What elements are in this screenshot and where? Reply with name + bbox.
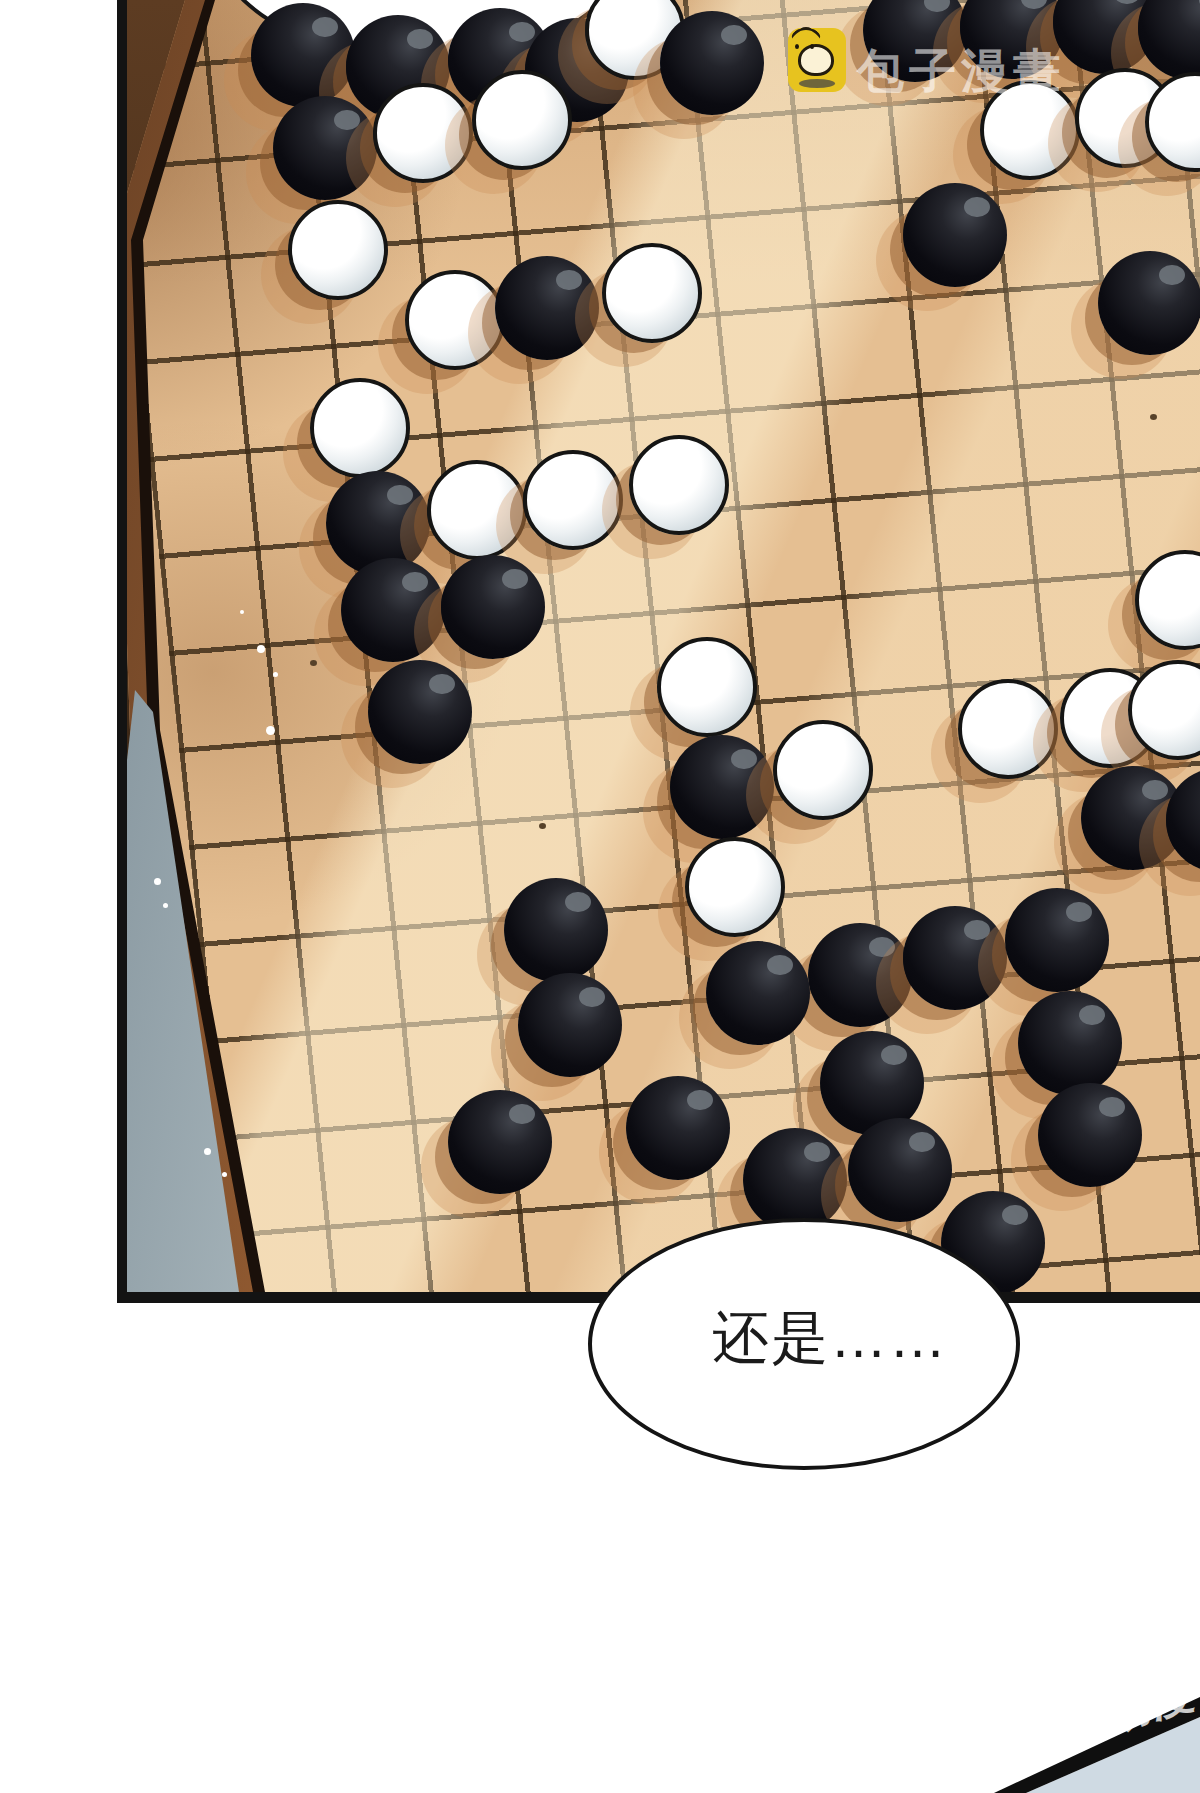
white-stone	[657, 637, 757, 737]
sparkle-dot	[266, 726, 275, 735]
white-stone	[685, 837, 785, 937]
sparkle-dot	[154, 878, 161, 885]
black-stone	[848, 1118, 952, 1222]
speech-bubble-text: 还是……	[712, 1300, 948, 1377]
black-stone	[808, 923, 912, 1027]
black-stone	[273, 96, 377, 200]
sparkle-dot	[222, 1172, 227, 1177]
baozi-watermark-icon	[788, 28, 846, 92]
bun-eye-icon	[810, 44, 814, 49]
white-stone	[288, 200, 388, 300]
black-stone	[903, 183, 1007, 287]
black-stone	[368, 660, 472, 764]
white-stone	[427, 460, 527, 560]
black-stone	[448, 1090, 552, 1194]
sparkle-dot	[240, 610, 244, 614]
sparkle-dot	[257, 645, 265, 653]
white-stone	[405, 270, 505, 370]
sparkle-dot	[204, 1148, 211, 1155]
black-stone	[518, 973, 622, 1077]
black-stone	[1018, 991, 1122, 1095]
go-board-panel: 包子漫畫	[117, 0, 1200, 1303]
bun-eye-icon	[795, 44, 799, 49]
baozi-watermark-text: 包子漫畫	[857, 40, 1065, 103]
black-stone	[251, 3, 355, 107]
white-stone	[310, 378, 410, 478]
white-stone	[472, 70, 572, 170]
black-stone	[504, 878, 608, 982]
white-stone	[602, 243, 702, 343]
baozi-bun-icon	[798, 44, 834, 76]
black-stone	[495, 256, 599, 360]
white-stone	[523, 450, 623, 550]
bun-shadow	[799, 79, 835, 88]
white-stone	[629, 435, 729, 535]
white-stone	[373, 83, 473, 183]
black-stone	[1098, 251, 1200, 355]
bun-pleat-icon	[806, 27, 823, 43]
black-stone	[670, 735, 774, 839]
speech-bubble: 还是……	[588, 1218, 1020, 1470]
sparkle-dot	[273, 672, 278, 677]
black-stone	[441, 555, 545, 659]
sparkle-dot	[163, 903, 168, 908]
black-stone	[1038, 1083, 1142, 1187]
white-stone	[773, 720, 873, 820]
black-stone	[903, 906, 1007, 1010]
board-speck	[310, 660, 317, 666]
black-stone	[1005, 888, 1109, 992]
board-speck	[1150, 414, 1157, 420]
black-stone	[341, 558, 445, 662]
black-stone	[743, 1128, 847, 1232]
black-stone	[706, 941, 810, 1045]
board-speck	[539, 823, 546, 829]
black-stone	[626, 1076, 730, 1180]
white-stone	[958, 679, 1058, 779]
black-stone	[660, 11, 764, 115]
